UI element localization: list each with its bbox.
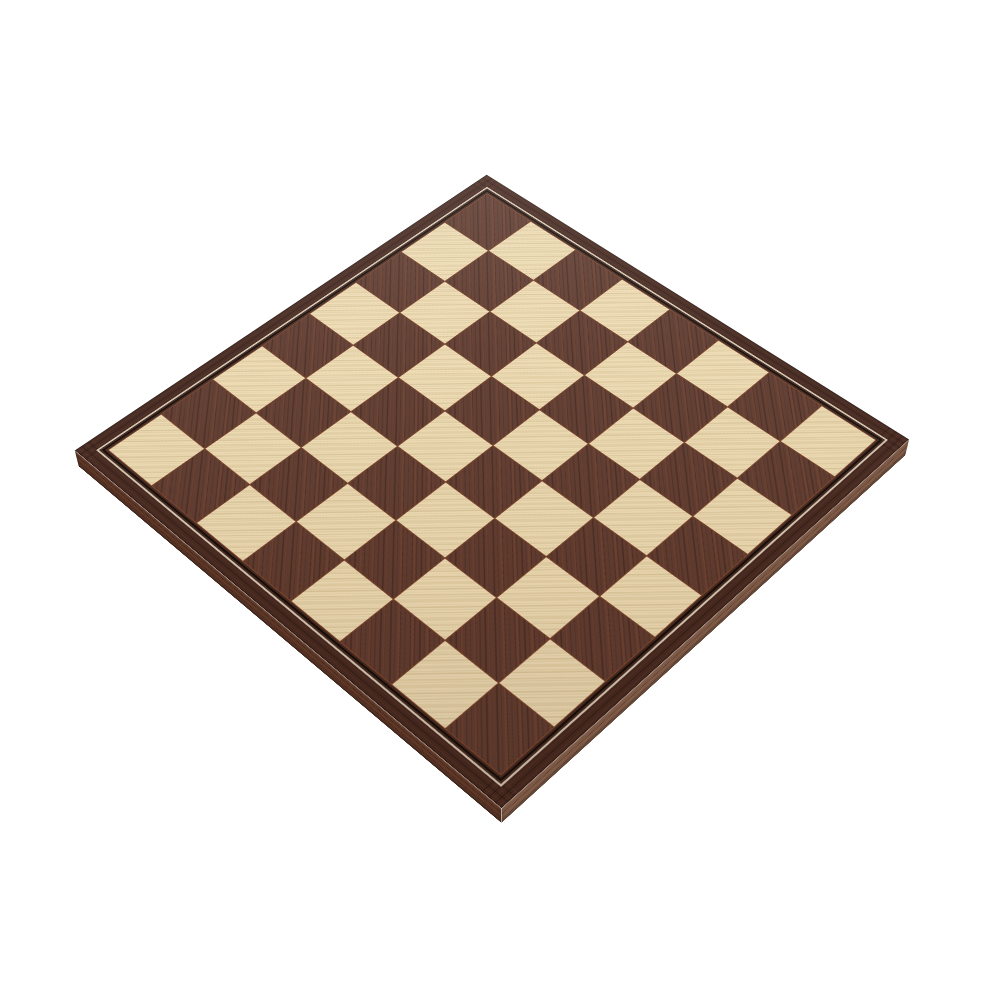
board-square: [600, 556, 701, 637]
board-square: [547, 518, 646, 596]
board-square: [250, 448, 346, 521]
board-square: [446, 684, 553, 774]
board-square: [738, 442, 834, 514]
board-square: [152, 449, 249, 522]
frame-grain-bottom: [75, 438, 521, 809]
board-square: [291, 560, 393, 641]
board-square: [396, 482, 494, 557]
board-square: [348, 447, 444, 520]
board-field: [109, 194, 875, 774]
board-frame: [75, 175, 909, 809]
board-square: [694, 479, 792, 554]
board-square: [641, 443, 737, 516]
board-square: [595, 480, 693, 555]
board-square: [345, 521, 445, 599]
board-square: [197, 485, 295, 561]
board-square: [499, 640, 604, 727]
chess-board: [75, 175, 909, 809]
board-square: [446, 599, 549, 683]
board-square: [297, 484, 395, 559]
product-photo-stage: [0, 0, 1000, 1000]
board-square: [543, 444, 639, 517]
board-square: [393, 641, 498, 728]
board-square: [243, 522, 343, 600]
board-square: [497, 558, 598, 639]
board-square: [341, 600, 444, 684]
board-square: [648, 517, 747, 595]
board-square: [495, 481, 593, 556]
board-square: [551, 597, 654, 681]
frame-grain-right: [481, 427, 909, 808]
board-square: [394, 559, 495, 640]
board-square: [446, 446, 542, 519]
board-square: [446, 519, 546, 597]
